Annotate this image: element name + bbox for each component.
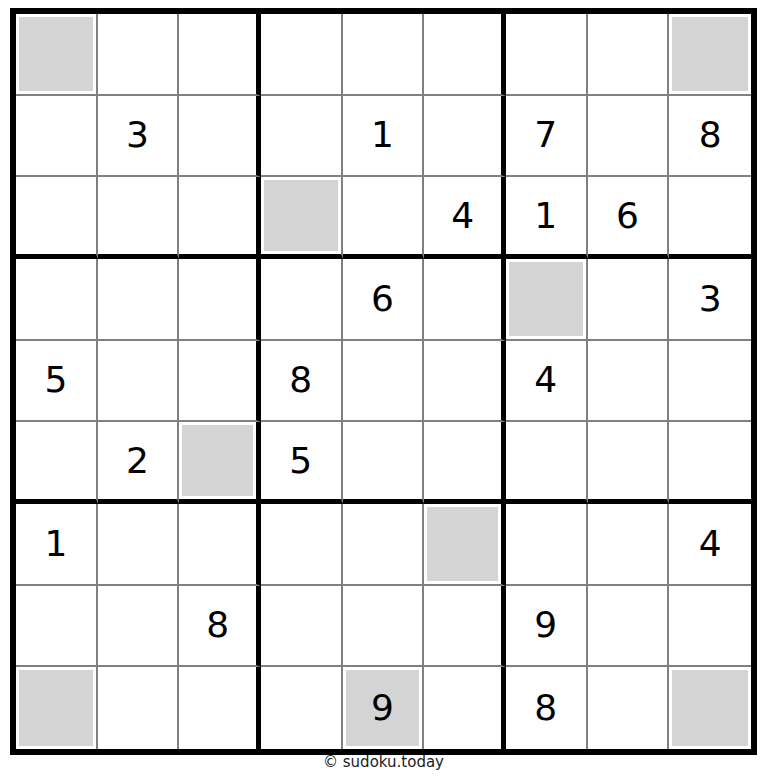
- given-digit: 1: [371, 117, 394, 153]
- cell-r5c7[interactable]: 4: [506, 341, 588, 423]
- given-digit: 5: [44, 362, 67, 398]
- given-digit: 8: [289, 362, 312, 398]
- cell-r3c3[interactable]: [179, 177, 261, 259]
- cell-r5c6[interactable]: [424, 341, 506, 423]
- cell-r3c8[interactable]: 6: [588, 177, 670, 259]
- cell-r4c8[interactable]: [588, 259, 670, 341]
- cell-r8c5[interactable]: [343, 586, 425, 668]
- given-digit: 4: [451, 198, 474, 234]
- cell-r5c3[interactable]: [179, 341, 261, 423]
- cell-r9c5[interactable]: 9: [343, 667, 425, 749]
- cell-r8c2[interactable]: [98, 586, 180, 668]
- cell-r3c1[interactable]: [16, 177, 98, 259]
- cell-r5c2[interactable]: [98, 341, 180, 423]
- cell-r1c4[interactable]: [261, 14, 343, 96]
- cell-r7c9[interactable]: 4: [669, 504, 751, 586]
- cell-r3c2[interactable]: [98, 177, 180, 259]
- gray-shading: [19, 670, 93, 746]
- given-digit: 8: [699, 117, 722, 153]
- cell-r1c6[interactable]: [424, 14, 506, 96]
- cell-r9c1[interactable]: [16, 667, 98, 749]
- cell-r6c6[interactable]: [424, 422, 506, 504]
- cell-r4c6[interactable]: [424, 259, 506, 341]
- given-digit: 9: [371, 690, 394, 726]
- cell-r2c9[interactable]: 8: [669, 96, 751, 178]
- cell-r1c3[interactable]: [179, 14, 261, 96]
- cell-r2c6[interactable]: [424, 96, 506, 178]
- cell-r4c1[interactable]: [16, 259, 98, 341]
- given-digit: 1: [44, 526, 67, 562]
- cell-r6c5[interactable]: [343, 422, 425, 504]
- cell-r3c4[interactable]: [261, 177, 343, 259]
- cell-r4c7[interactable]: [506, 259, 588, 341]
- cell-r2c1[interactable]: [16, 96, 98, 178]
- cell-r7c4[interactable]: [261, 504, 343, 586]
- cell-r5c4[interactable]: 8: [261, 341, 343, 423]
- cell-r4c5[interactable]: 6: [343, 259, 425, 341]
- cell-r8c8[interactable]: [588, 586, 670, 668]
- gray-shading: [509, 262, 583, 336]
- cell-r7c1[interactable]: 1: [16, 504, 98, 586]
- given-digit: 8: [206, 607, 229, 643]
- copyright-text: © sudoku.today: [323, 753, 444, 771]
- cell-r3c6[interactable]: 4: [424, 177, 506, 259]
- cell-r4c9[interactable]: 3: [669, 259, 751, 341]
- cell-r8c7[interactable]: 9: [506, 586, 588, 668]
- cell-r3c5[interactable]: [343, 177, 425, 259]
- cell-r8c3[interactable]: 8: [179, 586, 261, 668]
- given-digit: 1: [534, 198, 557, 234]
- cell-r2c8[interactable]: [588, 96, 670, 178]
- cell-r2c7[interactable]: 7: [506, 96, 588, 178]
- cell-r5c8[interactable]: [588, 341, 670, 423]
- cell-r1c9[interactable]: [669, 14, 751, 96]
- cell-r7c6[interactable]: [424, 504, 506, 586]
- cell-r5c1[interactable]: 5: [16, 341, 98, 423]
- cell-r9c2[interactable]: [98, 667, 180, 749]
- cell-r7c7[interactable]: [506, 504, 588, 586]
- gray-shading: [672, 670, 748, 746]
- gray-shading: [427, 507, 498, 581]
- cell-r2c2[interactable]: 3: [98, 96, 180, 178]
- given-digit: 8: [534, 690, 557, 726]
- cell-r9c7[interactable]: 8: [506, 667, 588, 749]
- cell-r1c1[interactable]: [16, 14, 98, 96]
- cell-r4c2[interactable]: [98, 259, 180, 341]
- cell-r5c5[interactable]: [343, 341, 425, 423]
- cell-r8c6[interactable]: [424, 586, 506, 668]
- given-digit: 7: [534, 117, 557, 153]
- cell-r7c2[interactable]: [98, 504, 180, 586]
- given-digit: 4: [699, 526, 722, 562]
- cell-r6c4[interactable]: 5: [261, 422, 343, 504]
- cell-r9c6[interactable]: [424, 667, 506, 749]
- given-digit: 3: [699, 281, 722, 317]
- cell-r6c2[interactable]: 2: [98, 422, 180, 504]
- cell-r4c4[interactable]: [261, 259, 343, 341]
- cell-r8c1[interactable]: [16, 586, 98, 668]
- cell-r6c8[interactable]: [588, 422, 670, 504]
- cell-r5c9[interactable]: [669, 341, 751, 423]
- cell-r1c2[interactable]: [98, 14, 180, 96]
- gray-shading: [264, 180, 338, 251]
- cell-r7c5[interactable]: [343, 504, 425, 586]
- cell-r2c5[interactable]: 1: [343, 96, 425, 178]
- given-digit: 5: [289, 443, 312, 479]
- cell-r9c9[interactable]: [669, 667, 751, 749]
- cell-r2c4[interactable]: [261, 96, 343, 178]
- given-digit: 2: [126, 443, 149, 479]
- given-digit: 9: [534, 607, 557, 643]
- cell-r6c1[interactable]: [16, 422, 98, 504]
- cell-r9c4[interactable]: [261, 667, 343, 749]
- cell-r2c3[interactable]: [179, 96, 261, 178]
- cell-r6c3[interactable]: [179, 422, 261, 504]
- gray-shading: [19, 17, 93, 91]
- cell-r7c3[interactable]: [179, 504, 261, 586]
- cell-r9c3[interactable]: [179, 667, 261, 749]
- cell-r1c8[interactable]: [588, 14, 670, 96]
- given-digit: 6: [616, 198, 639, 234]
- gray-shading: [672, 17, 748, 91]
- gray-shading: [182, 425, 253, 496]
- cell-r8c9[interactable]: [669, 586, 751, 668]
- cell-r7c8[interactable]: [588, 504, 670, 586]
- cell-r6c7[interactable]: [506, 422, 588, 504]
- given-digit: 3: [126, 117, 149, 153]
- given-digit: 6: [371, 281, 394, 317]
- cell-r3c7[interactable]: 1: [506, 177, 588, 259]
- cell-r4c3[interactable]: [179, 259, 261, 341]
- given-digit: 4: [534, 362, 557, 398]
- cell-r8c4[interactable]: [261, 586, 343, 668]
- cell-r6c9[interactable]: [669, 422, 751, 504]
- cell-r1c5[interactable]: [343, 14, 425, 96]
- cell-r9c8[interactable]: [588, 667, 670, 749]
- cell-r1c7[interactable]: [506, 14, 588, 96]
- cell-r3c9[interactable]: [669, 177, 751, 259]
- sudoku-board: 31784166358425148998: [10, 8, 757, 755]
- footer: © sudoku.today: [10, 753, 757, 771]
